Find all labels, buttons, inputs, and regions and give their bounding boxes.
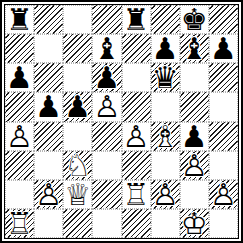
square-e7[interactable]: [122, 34, 151, 63]
square-b6[interactable]: [34, 63, 63, 92]
square-c6[interactable]: [63, 63, 92, 92]
square-g1[interactable]: ♚♔: [180, 209, 209, 238]
square-g5[interactable]: [180, 92, 209, 121]
square-c3[interactable]: ♞♘: [63, 151, 92, 180]
square-b1[interactable]: [34, 209, 63, 238]
square-b3[interactable]: [34, 151, 63, 180]
square-g3[interactable]: ♟♙: [180, 151, 209, 180]
white-pawn: ♟♙: [122, 122, 151, 151]
black-king: ♚: [180, 5, 209, 34]
white-pawn: ♟♙: [34, 180, 63, 209]
square-a7[interactable]: [5, 34, 34, 63]
square-f8[interactable]: [151, 5, 180, 34]
black-bishop: ♝: [92, 34, 121, 63]
square-c2[interactable]: ♛♕: [63, 180, 92, 209]
square-f4[interactable]: ♝♗: [151, 122, 180, 151]
square-h5[interactable]: [209, 92, 238, 121]
white-king: ♚♔: [180, 209, 209, 238]
square-f2[interactable]: ♟♙: [151, 180, 180, 209]
square-e1[interactable]: [122, 209, 151, 238]
chess-diagram: ♜♜♚♝♟♝♟♟♟♛♟♟♟♙♟♙♟♙♝♗♟♞♘♟♙♟♙♛♕♜♖♟♙♟♙♜♖♚♔: [0, 0, 243, 243]
square-b7[interactable]: [34, 34, 63, 63]
black-queen: ♛: [151, 63, 180, 92]
black-pawn: ♟: [63, 92, 92, 121]
square-g7[interactable]: ♝: [180, 34, 209, 63]
square-c1[interactable]: [63, 209, 92, 238]
square-f6[interactable]: ♛: [151, 63, 180, 92]
white-pawn: ♟♙: [209, 180, 238, 209]
square-h1[interactable]: [209, 209, 238, 238]
white-pawn: ♟♙: [5, 122, 34, 151]
square-c5[interactable]: ♟: [63, 92, 92, 121]
white-bishop: ♝♗: [151, 122, 180, 151]
square-c4[interactable]: [63, 122, 92, 151]
square-h6[interactable]: [209, 63, 238, 92]
square-a8[interactable]: ♜: [5, 5, 34, 34]
square-d8[interactable]: [92, 5, 121, 34]
square-g4[interactable]: ♟: [180, 122, 209, 151]
white-rook: ♜♖: [122, 180, 151, 209]
white-pawn: ♟♙: [180, 151, 209, 180]
square-g8[interactable]: ♚: [180, 5, 209, 34]
square-d3[interactable]: [92, 151, 121, 180]
square-a4[interactable]: ♟♙: [5, 122, 34, 151]
square-a6[interactable]: ♟: [5, 63, 34, 92]
chess-board: ♜♜♚♝♟♝♟♟♟♛♟♟♟♙♟♙♟♙♝♗♟♞♘♟♙♟♙♛♕♜♖♟♙♟♙♜♖♚♔: [4, 4, 239, 239]
square-h7[interactable]: ♟: [209, 34, 238, 63]
black-pawn: ♟: [180, 122, 209, 151]
square-g2[interactable]: [180, 180, 209, 209]
square-h8[interactable]: [209, 5, 238, 34]
white-pawn: ♟♙: [92, 92, 121, 121]
square-e2[interactable]: ♜♖: [122, 180, 151, 209]
black-bishop: ♝: [180, 34, 209, 63]
white-queen: ♛♕: [63, 180, 92, 209]
square-e6[interactable]: [122, 63, 151, 92]
black-pawn: ♟: [151, 34, 180, 63]
square-f7[interactable]: ♟: [151, 34, 180, 63]
square-b5[interactable]: ♟: [34, 92, 63, 121]
square-f5[interactable]: [151, 92, 180, 121]
square-a3[interactable]: [5, 151, 34, 180]
square-d6[interactable]: ♟: [92, 63, 121, 92]
square-f3[interactable]: [151, 151, 180, 180]
square-d2[interactable]: [92, 180, 121, 209]
white-pawn: ♟♙: [151, 180, 180, 209]
square-h4[interactable]: [209, 122, 238, 151]
square-b8[interactable]: [34, 5, 63, 34]
square-e5[interactable]: [122, 92, 151, 121]
black-rook: ♜: [122, 5, 151, 34]
black-pawn: ♟: [92, 63, 121, 92]
square-e3[interactable]: [122, 151, 151, 180]
square-c8[interactable]: [63, 5, 92, 34]
square-h3[interactable]: [209, 151, 238, 180]
square-d1[interactable]: [92, 209, 121, 238]
square-b4[interactable]: [34, 122, 63, 151]
square-d7[interactable]: ♝: [92, 34, 121, 63]
white-rook: ♜♖: [5, 209, 34, 238]
square-a1[interactable]: ♜♖: [5, 209, 34, 238]
square-a2[interactable]: [5, 180, 34, 209]
square-e4[interactable]: ♟♙: [122, 122, 151, 151]
square-c7[interactable]: [63, 34, 92, 63]
square-e8[interactable]: ♜: [122, 5, 151, 34]
black-pawn: ♟: [209, 34, 238, 63]
square-f1[interactable]: [151, 209, 180, 238]
square-b2[interactable]: ♟♙: [34, 180, 63, 209]
black-pawn: ♟: [34, 92, 63, 121]
square-h2[interactable]: ♟♙: [209, 180, 238, 209]
white-knight: ♞♘: [63, 151, 92, 180]
square-d5[interactable]: ♟♙: [92, 92, 121, 121]
black-pawn: ♟: [5, 63, 34, 92]
black-rook: ♜: [5, 5, 34, 34]
square-g6[interactable]: [180, 63, 209, 92]
square-d4[interactable]: [92, 122, 121, 151]
square-a5[interactable]: [5, 92, 34, 121]
